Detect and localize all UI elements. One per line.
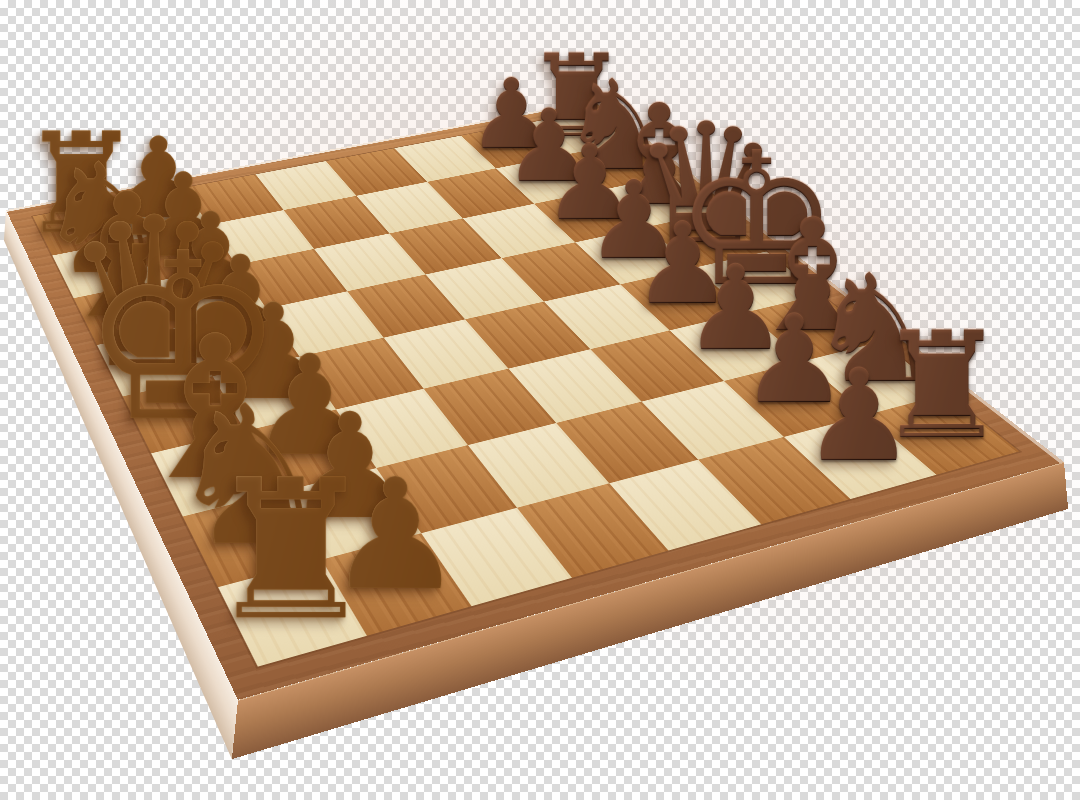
chessboard-photo: ♜♞♝♛♚♝♞♜♟♟♟♟♟♟♟♟♟♟♟♟♟♟♟♟♜♞♝♛♚♝♞♜ [0,0,1080,800]
